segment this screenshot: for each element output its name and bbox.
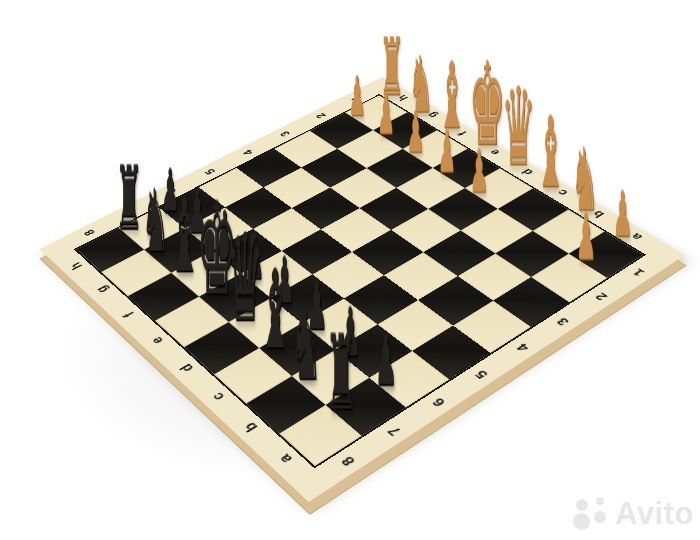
watermark-text: Avito [615,496,694,532]
avito-logo-icon [573,497,609,531]
square-d4 [352,230,423,275]
chess-board: abcdefgh abcdefgh 87654321 87654321 ♜♞♝♛… [39,77,684,502]
product-photo: abcdefgh abcdefgh 87654321 87654321 ♜♞♝♛… [0,0,700,540]
square-e5 [282,230,352,275]
avito-watermark: Avito [573,496,694,532]
playing-field: ♜♞♝♛♚♝♞♜♟♟♟♟♟♟♟♟♟♟♟♟♟♟♟♞♝♛♚♝♞♜ [74,94,646,468]
perspective-scene: abcdefgh abcdefgh 87654321 87654321 ♜♞♝♛… [0,0,700,540]
square-e6 [241,251,312,298]
